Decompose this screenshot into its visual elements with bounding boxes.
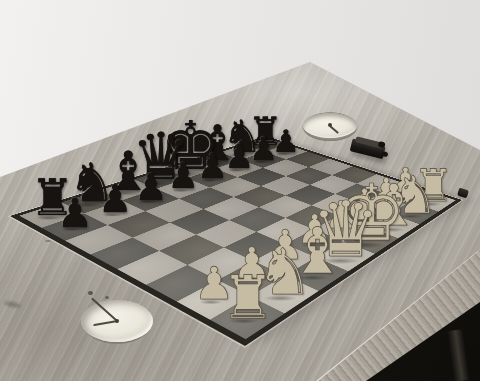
piece-black-pawn-b7: ♟ — [98, 180, 132, 218]
table-scuff-mark — [45, 240, 51, 242]
piece-black-pawn-a7: ♟ — [57, 193, 93, 233]
piece-white-rook-a1: ♜ — [221, 266, 275, 326]
white-clock-center — [115, 319, 119, 323]
chess-photo: ♜♞♝♛♚♝♞♜♟♟♟♟♟♟♟♟♟♟♟♟♟♟♟♟♜♞♝♛♚♝♞♜ — [0, 0, 480, 381]
piece-black-pawn-f7: ♟ — [224, 141, 254, 174]
piece-black-pawn-e7: ♟ — [197, 149, 227, 183]
piece-black-pawn-d7: ♟ — [167, 159, 198, 194]
table-scuff-mark — [88, 291, 93, 295]
black-clock-center — [328, 123, 332, 127]
piece-black-pawn-c7: ♟ — [134, 169, 167, 206]
